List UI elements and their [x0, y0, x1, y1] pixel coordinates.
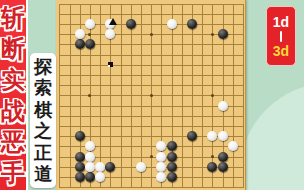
black-stone: [85, 172, 95, 182]
rank-badge: 1d 3d: [266, 6, 296, 66]
grid-line-horizontal: [59, 106, 244, 107]
black-stone: [167, 141, 177, 151]
black-stone: [218, 162, 228, 172]
grid-line-vertical: [202, 4, 203, 189]
white-stone: [156, 162, 166, 172]
white-stone: [207, 131, 217, 141]
title-banner-char: 手: [1, 161, 25, 185]
black-stone: [126, 19, 136, 29]
subtitle-banner-char: 之: [34, 122, 52, 140]
white-stone: [75, 29, 85, 39]
white-stone: [218, 101, 228, 111]
star-point: [211, 33, 214, 36]
black-stone: [167, 152, 177, 162]
white-stone: [167, 19, 177, 29]
white-stone: [156, 141, 166, 151]
grid-line-horizontal: [59, 126, 244, 127]
black-stone: [75, 172, 85, 182]
star-point: [211, 155, 214, 158]
grid-line-horizontal: [59, 187, 244, 188]
triangle-marker: [109, 18, 117, 25]
white-stone: [136, 162, 146, 172]
black-stone: [85, 39, 95, 49]
star-point: [88, 33, 91, 36]
black-stone: [75, 131, 85, 141]
title-banner: 斩断实战恶手: [0, 0, 28, 190]
white-stone: [85, 152, 95, 162]
grid-line-vertical: [243, 4, 244, 189]
black-stone: [167, 172, 177, 182]
black-stone: [75, 152, 85, 162]
star-point: [211, 94, 214, 97]
black-stone: [218, 29, 228, 39]
subtitle-banner-char: 棋: [34, 101, 52, 119]
title-banner-char: 实: [1, 68, 25, 92]
black-stone: [218, 152, 228, 162]
square-marker: [108, 62, 113, 67]
subtitle-banner: 探索棋之正道: [30, 53, 56, 188]
white-stone: [156, 172, 166, 182]
black-stone: [187, 19, 197, 29]
subtitle-banner-char: 探: [34, 58, 52, 76]
white-stone: [95, 172, 105, 182]
white-stone: [218, 131, 228, 141]
grid-line-vertical: [233, 4, 234, 189]
black-stone: [207, 162, 217, 172]
white-stone: [156, 152, 166, 162]
white-stone: [95, 162, 105, 172]
white-stone: [228, 141, 238, 151]
white-stone: [105, 29, 115, 39]
star-point: [150, 33, 153, 36]
subtitle-banner-char: 索: [34, 79, 52, 97]
rank-badge-separator: [280, 31, 283, 42]
title-banner-char: 斩: [1, 6, 25, 30]
white-stone: [85, 141, 95, 151]
black-stone: [167, 162, 177, 172]
title-banner-char: 战: [1, 99, 25, 123]
subtitle-banner-char: 正: [34, 144, 52, 162]
video-thumbnail: 斩断实战恶手 探索棋之正道 1d 3d: [0, 0, 304, 190]
rank-badge-bottom: 3d: [273, 44, 289, 58]
white-stone: [85, 19, 95, 29]
grid-line-vertical: [182, 4, 183, 189]
white-stone: [85, 162, 95, 172]
background-accent-circle: [240, 83, 304, 190]
star-point: [150, 94, 153, 97]
rank-badge-top: 1d: [273, 15, 289, 29]
star-point: [150, 155, 153, 158]
grid-line-vertical: [192, 4, 193, 189]
black-stone: [187, 131, 197, 141]
title-banner-char: 恶: [1, 130, 25, 154]
title-banner-char: 断: [1, 37, 25, 61]
black-stone: [105, 162, 115, 172]
star-point: [88, 94, 91, 97]
subtitle-banner-char: 道: [34, 165, 52, 183]
black-stone: [75, 162, 85, 172]
grid-line-horizontal: [59, 116, 244, 117]
black-stone: [75, 39, 85, 49]
go-board: [56, 0, 246, 190]
